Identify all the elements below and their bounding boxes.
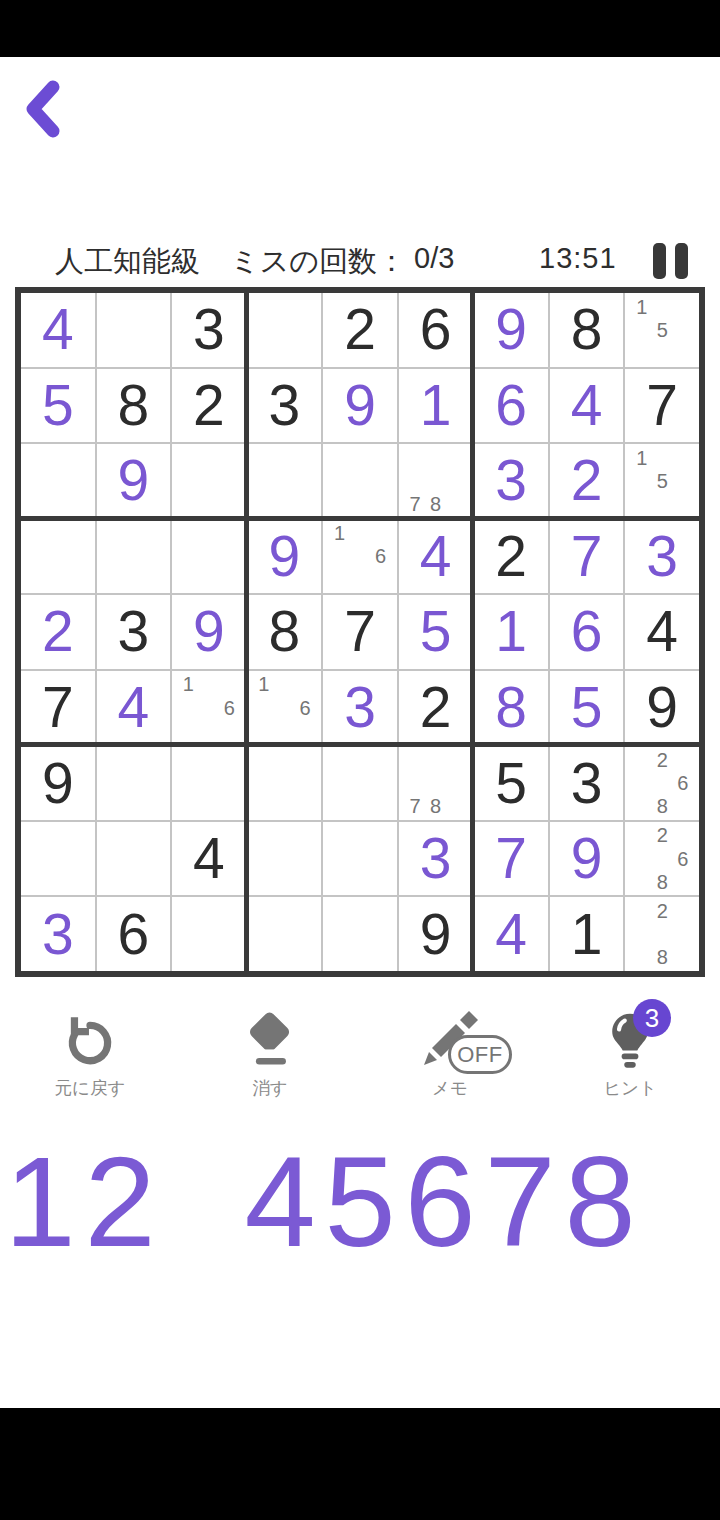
cell-r5c5[interactable]: 7 bbox=[323, 595, 397, 669]
cell-r3c5[interactable] bbox=[323, 444, 397, 518]
cell-r7c2[interactable] bbox=[97, 746, 171, 820]
cell-notes: 16 bbox=[178, 673, 240, 743]
cell-value: 6 bbox=[420, 301, 452, 358]
cell-value: 6 bbox=[571, 603, 603, 660]
cell-r1c2[interactable] bbox=[97, 293, 171, 367]
cell-r4c4[interactable]: 9 bbox=[248, 520, 322, 594]
cell-value: 5 bbox=[571, 679, 603, 736]
cell-r9c3[interactable] bbox=[172, 897, 246, 971]
cell-value: 1 bbox=[495, 603, 527, 660]
pencil-icon: OFF bbox=[418, 1005, 482, 1071]
cell-r5c6[interactable]: 5 bbox=[399, 595, 473, 669]
cell-r3c9[interactable]: 15 bbox=[625, 444, 699, 518]
cell-value: 8 bbox=[269, 603, 301, 660]
cell-r7c4[interactable] bbox=[248, 746, 322, 820]
cell-r9c5[interactable] bbox=[323, 897, 397, 971]
cell-value: 9 bbox=[420, 906, 452, 963]
memo-label: メモ bbox=[432, 1076, 468, 1100]
cell-value: 2 bbox=[571, 452, 603, 509]
cell-value: 8 bbox=[571, 301, 603, 358]
bottom-toolbar: 元に戻す 消す OFF bbox=[0, 1005, 720, 1105]
cell-r8c7[interactable]: 7 bbox=[474, 822, 548, 896]
cell-r7c5[interactable] bbox=[323, 746, 397, 820]
cell-r3c6[interactable]: 78 bbox=[399, 444, 473, 518]
cell-r5c9[interactable]: 4 bbox=[625, 595, 699, 669]
cell-value: 9 bbox=[42, 755, 74, 812]
cell-value: 3 bbox=[42, 906, 74, 963]
cell-r4c9[interactable]: 3 bbox=[625, 520, 699, 594]
cell-value: 4 bbox=[495, 906, 527, 963]
cell-value: 9 bbox=[193, 603, 225, 660]
erase-button[interactable]: 消す bbox=[180, 1005, 360, 1105]
cell-notes: 268 bbox=[631, 824, 693, 894]
cell-value: 2 bbox=[495, 528, 527, 585]
erase-label: 消す bbox=[252, 1076, 287, 1100]
pad-digit-2[interactable]: 2 bbox=[80, 1136, 160, 1268]
cell-value: 4 bbox=[193, 830, 225, 887]
cell-value: 7 bbox=[495, 830, 527, 887]
cell-r7c8[interactable]: 3 bbox=[550, 746, 624, 820]
cell-r9c1[interactable]: 3 bbox=[21, 897, 95, 971]
cell-r5c4[interactable]: 8 bbox=[248, 595, 322, 669]
cell-value: 9 bbox=[646, 679, 678, 736]
cell-notes: 78 bbox=[405, 748, 467, 818]
pad-digit-empty bbox=[640, 1136, 720, 1268]
number-pad: 1245678 bbox=[0, 1136, 720, 1268]
cell-value: 7 bbox=[42, 679, 74, 736]
status-bar-bottom bbox=[0, 1408, 720, 1520]
memo-off-badge: OFF bbox=[448, 1035, 512, 1074]
pad-digit-8[interactable]: 8 bbox=[560, 1136, 640, 1268]
cell-notes: 16 bbox=[329, 522, 391, 592]
cell-value: 4 bbox=[42, 301, 74, 358]
cell-notes: 16 bbox=[254, 673, 316, 743]
cell-r9c9[interactable]: 28 bbox=[625, 897, 699, 971]
cell-r7c6[interactable]: 78 bbox=[399, 746, 473, 820]
cell-r5c8[interactable]: 6 bbox=[550, 595, 624, 669]
cell-r8c5[interactable] bbox=[323, 822, 397, 896]
cell-r3c4[interactable] bbox=[248, 444, 322, 518]
cell-r2c2[interactable]: 8 bbox=[97, 369, 171, 443]
cell-notes: 78 bbox=[405, 446, 467, 516]
cell-r7c7[interactable]: 5 bbox=[474, 746, 548, 820]
hint-count-badge: 3 bbox=[633, 999, 671, 1037]
cell-value: 2 bbox=[193, 377, 225, 434]
cell-r1c6[interactable]: 6 bbox=[399, 293, 473, 367]
cell-r1c3[interactable]: 3 bbox=[172, 293, 246, 367]
cell-value: 3 bbox=[269, 377, 301, 434]
cell-value: 3 bbox=[117, 603, 149, 660]
cell-value: 7 bbox=[571, 528, 603, 585]
hint-button[interactable]: 3 ヒント bbox=[540, 1005, 720, 1105]
cell-r6c4[interactable]: 16 bbox=[248, 671, 322, 745]
difficulty-label: 人工知能級 bbox=[55, 242, 200, 282]
cell-r3c8[interactable]: 2 bbox=[550, 444, 624, 518]
cell-value: 8 bbox=[495, 679, 527, 736]
cell-value: 9 bbox=[344, 377, 376, 434]
hint-label: ヒント bbox=[603, 1076, 657, 1100]
sudoku-app-screen: 人工知能級 ミスの回数： 0/3 13:51 43269815582391647… bbox=[0, 0, 720, 1520]
cell-value: 8 bbox=[117, 377, 149, 434]
memo-button[interactable]: OFF メモ bbox=[360, 1005, 540, 1105]
cell-r4c1[interactable] bbox=[21, 520, 95, 594]
cell-r2c1[interactable]: 5 bbox=[21, 369, 95, 443]
cell-r5c2[interactable]: 3 bbox=[97, 595, 171, 669]
cell-r8c4[interactable] bbox=[248, 822, 322, 896]
cell-r5c7[interactable]: 1 bbox=[474, 595, 548, 669]
cell-r8c3[interactable]: 4 bbox=[172, 822, 246, 896]
cell-value: 1 bbox=[571, 906, 603, 963]
cell-r9c4[interactable] bbox=[248, 897, 322, 971]
pad-digit-empty bbox=[160, 1136, 240, 1268]
cell-r2c7[interactable]: 6 bbox=[474, 369, 548, 443]
cell-r6c7[interactable]: 8 bbox=[474, 671, 548, 745]
cell-r4c2[interactable] bbox=[97, 520, 171, 594]
cell-value: 3 bbox=[344, 679, 376, 736]
cell-value: 2 bbox=[42, 603, 74, 660]
cell-value: 3 bbox=[646, 528, 678, 585]
back-chevron-icon bbox=[20, 80, 68, 138]
cell-r8c1[interactable] bbox=[21, 822, 95, 896]
mistakes-label: ミスの回数： bbox=[230, 242, 406, 282]
cell-value: 7 bbox=[646, 377, 678, 434]
cell-r9c7[interactable]: 4 bbox=[474, 897, 548, 971]
cell-r6c5[interactable]: 3 bbox=[323, 671, 397, 745]
cell-r8c8[interactable]: 9 bbox=[550, 822, 624, 896]
cell-r6c8[interactable]: 5 bbox=[550, 671, 624, 745]
pad-digit-5[interactable]: 5 bbox=[320, 1136, 400, 1268]
cell-value: 9 bbox=[269, 528, 301, 585]
cell-value: 3 bbox=[495, 452, 527, 509]
cell-r4c6[interactable]: 4 bbox=[399, 520, 473, 594]
cell-r6c6[interactable]: 2 bbox=[399, 671, 473, 745]
cell-r8c2[interactable] bbox=[97, 822, 171, 896]
cell-value: 5 bbox=[42, 377, 74, 434]
cell-r9c2[interactable]: 6 bbox=[97, 897, 171, 971]
status-bar-top bbox=[0, 0, 720, 57]
cell-r3c1[interactable] bbox=[21, 444, 95, 518]
cell-value: 9 bbox=[117, 452, 149, 509]
cell-notes: 28 bbox=[631, 899, 693, 969]
back-button[interactable] bbox=[20, 80, 68, 138]
undo-label: 元に戻す bbox=[55, 1076, 126, 1100]
cell-r1c7[interactable]: 9 bbox=[474, 293, 548, 367]
cell-value: 4 bbox=[420, 528, 452, 585]
cell-value: 5 bbox=[495, 755, 527, 812]
timer-value: 13:51 bbox=[539, 242, 617, 275]
undo-button[interactable]: 元に戻す bbox=[0, 1005, 180, 1105]
cell-r2c9[interactable]: 7 bbox=[625, 369, 699, 443]
lightbulb-icon: 3 bbox=[607, 1005, 653, 1071]
cell-r2c3[interactable]: 2 bbox=[172, 369, 246, 443]
cell-notes: 15 bbox=[631, 446, 693, 516]
cell-r2c6[interactable]: 1 bbox=[399, 369, 473, 443]
undo-icon bbox=[61, 1005, 119, 1071]
pad-digit-7[interactable]: 7 bbox=[480, 1136, 560, 1268]
cell-r4c8[interactable]: 7 bbox=[550, 520, 624, 594]
cell-value: 9 bbox=[495, 301, 527, 358]
cell-value: 2 bbox=[344, 301, 376, 358]
cell-r4c7[interactable]: 2 bbox=[474, 520, 548, 594]
cell-r1c5[interactable]: 2 bbox=[323, 293, 397, 367]
cell-value: 3 bbox=[193, 301, 225, 358]
cell-r4c3[interactable] bbox=[172, 520, 246, 594]
pad-digit-1[interactable]: 1 bbox=[0, 1136, 80, 1268]
game-header: 人工知能級 ミスの回数： 0/3 13:51 bbox=[0, 238, 720, 284]
cell-value: 4 bbox=[117, 679, 149, 736]
cell-value: 5 bbox=[420, 603, 452, 660]
cell-r9c8[interactable]: 1 bbox=[550, 897, 624, 971]
cell-value: 3 bbox=[571, 755, 603, 812]
cell-r6c9[interactable]: 9 bbox=[625, 671, 699, 745]
pad-digit-6[interactable]: 6 bbox=[400, 1136, 480, 1268]
cell-r6c3[interactable]: 16 bbox=[172, 671, 246, 745]
cell-r2c5[interactable]: 9 bbox=[323, 369, 397, 443]
cell-value: 9 bbox=[571, 830, 603, 887]
cell-r5c3[interactable]: 9 bbox=[172, 595, 246, 669]
eraser-icon bbox=[240, 1005, 300, 1071]
cell-r3c7[interactable]: 3 bbox=[474, 444, 548, 518]
cell-r3c2[interactable]: 9 bbox=[97, 444, 171, 518]
sudoku-board: 4326981558239164797832159164273239875164… bbox=[15, 287, 705, 977]
cell-r5c1[interactable]: 2 bbox=[21, 595, 95, 669]
pause-button[interactable] bbox=[653, 243, 688, 279]
cell-r1c8[interactable]: 8 bbox=[550, 293, 624, 367]
mistakes-value: 0/3 bbox=[414, 242, 454, 275]
pad-digit-4[interactable]: 4 bbox=[240, 1136, 320, 1268]
cell-value: 6 bbox=[117, 906, 149, 963]
cell-r1c4[interactable] bbox=[248, 293, 322, 367]
cell-value: 1 bbox=[420, 377, 452, 434]
cell-value: 4 bbox=[571, 377, 603, 434]
cell-value: 4 bbox=[646, 603, 678, 660]
pause-icon bbox=[653, 243, 666, 279]
pause-icon bbox=[675, 243, 688, 279]
cell-value: 2 bbox=[420, 679, 452, 736]
cell-r1c9[interactable]: 15 bbox=[625, 293, 699, 367]
cell-r2c4[interactable]: 3 bbox=[248, 369, 322, 443]
cell-r1c1[interactable]: 4 bbox=[21, 293, 95, 367]
cell-notes: 268 bbox=[631, 748, 693, 818]
cell-value: 7 bbox=[344, 603, 376, 660]
cell-r8c6[interactable]: 3 bbox=[399, 822, 473, 896]
cell-r2c8[interactable]: 4 bbox=[550, 369, 624, 443]
cell-notes: 15 bbox=[631, 295, 693, 365]
cell-r9c6[interactable]: 9 bbox=[399, 897, 473, 971]
cell-r6c1[interactable]: 7 bbox=[21, 671, 95, 745]
cell-r4c5[interactable]: 16 bbox=[323, 520, 397, 594]
cell-r7c3[interactable] bbox=[172, 746, 246, 820]
cell-r7c9[interactable]: 268 bbox=[625, 746, 699, 820]
cell-value: 6 bbox=[495, 377, 527, 434]
cell-r6c2[interactable]: 4 bbox=[97, 671, 171, 745]
cell-r7c1[interactable]: 9 bbox=[21, 746, 95, 820]
cell-value: 3 bbox=[420, 830, 452, 887]
cell-r8c9[interactable]: 268 bbox=[625, 822, 699, 896]
cell-r3c3[interactable] bbox=[172, 444, 246, 518]
